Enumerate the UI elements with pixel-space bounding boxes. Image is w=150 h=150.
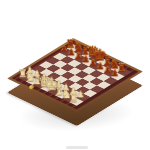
watermark <box>66 146 88 149</box>
piece-white-rook: ♜ <box>18 68 28 79</box>
product-photo-scene: ♜♞♝♛♚♝♞♜♟♟♟♟♟♟♟♟♟♟♟♟♟♟♟♟♜♞♝♛♚♝♞♜ <box>0 0 150 150</box>
piece-black-knight: ♞ <box>109 59 120 71</box>
